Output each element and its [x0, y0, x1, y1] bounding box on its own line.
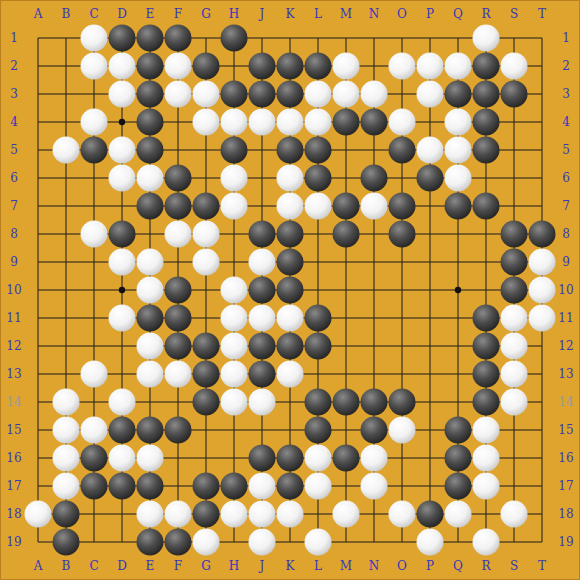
black-stone-M14	[333, 389, 360, 416]
black-stone-S9	[501, 249, 528, 276]
coord-label-left-12: 12	[6, 340, 21, 352]
black-stone-M8	[333, 221, 360, 248]
coord-label-bottom-G: G	[201, 560, 211, 572]
black-stone-B19	[53, 529, 80, 556]
black-stone-L15	[305, 417, 332, 444]
coord-label-bottom-B: B	[62, 560, 71, 572]
black-stone-N6	[361, 165, 388, 192]
black-stone-N14	[361, 389, 388, 416]
white-stone-Q6	[445, 165, 472, 192]
coord-label-bottom-N: N	[369, 560, 380, 572]
white-stone-L17	[305, 473, 332, 500]
black-stone-J13	[249, 361, 276, 388]
white-stone-L16	[305, 445, 332, 472]
coord-label-right-15: 15	[558, 424, 573, 436]
white-stone-C1	[81, 25, 108, 52]
coord-label-left-1: 1	[10, 32, 18, 44]
black-stone-F10	[165, 277, 192, 304]
black-stone-R14	[473, 389, 500, 416]
black-stone-R4	[473, 109, 500, 136]
black-stone-J10	[249, 277, 276, 304]
coord-label-top-H: H	[229, 8, 239, 20]
coord-label-top-A: A	[34, 8, 43, 20]
white-stone-H13	[221, 361, 248, 388]
white-stone-O18	[389, 501, 416, 528]
white-stone-H6	[221, 165, 248, 192]
coord-label-right-6: 6	[562, 172, 570, 184]
black-stone-E11	[137, 305, 164, 332]
white-stone-N3	[361, 81, 388, 108]
black-stone-K16	[277, 445, 304, 472]
white-stone-K4	[277, 109, 304, 136]
white-stone-H10	[221, 277, 248, 304]
white-stone-D9	[109, 249, 136, 276]
black-stone-R12	[473, 333, 500, 360]
white-stone-G3	[193, 81, 220, 108]
coord-label-bottom-O: O	[397, 560, 407, 572]
black-stone-Q17	[445, 473, 472, 500]
black-stone-M16	[333, 445, 360, 472]
coord-label-right-2: 2	[562, 60, 570, 72]
black-stone-R13	[473, 361, 500, 388]
white-stone-F8	[165, 221, 192, 248]
white-stone-T10	[529, 277, 556, 304]
coord-label-left-8: 8	[10, 228, 18, 240]
white-stone-F13	[165, 361, 192, 388]
white-stone-K11	[277, 305, 304, 332]
white-stone-K6	[277, 165, 304, 192]
black-stone-R11	[473, 305, 500, 332]
coord-label-bottom-P: P	[426, 560, 434, 572]
white-stone-Q18	[445, 501, 472, 528]
coord-label-right-12: 12	[558, 340, 573, 352]
black-stone-T8	[529, 221, 556, 248]
black-stone-N15	[361, 417, 388, 444]
coord-label-bottom-A: A	[34, 560, 43, 572]
black-stone-K3	[277, 81, 304, 108]
black-stone-D1	[109, 25, 136, 52]
black-stone-E17	[137, 473, 164, 500]
black-stone-L6	[305, 165, 332, 192]
black-stone-C17	[81, 473, 108, 500]
coord-label-right-10: 10	[558, 284, 573, 296]
black-stone-E15	[137, 417, 164, 444]
white-stone-B14	[53, 389, 80, 416]
coord-label-bottom-F: F	[174, 560, 182, 572]
black-stone-B18	[53, 501, 80, 528]
coord-label-bottom-C: C	[89, 560, 98, 572]
coord-label-left-11: 11	[6, 312, 21, 324]
white-stone-G4	[193, 109, 220, 136]
black-stone-G18	[193, 501, 220, 528]
white-stone-P19	[417, 529, 444, 556]
white-stone-J17	[249, 473, 276, 500]
white-stone-C2	[81, 53, 108, 80]
coord-label-left-17: 17	[6, 480, 21, 492]
black-stone-D17	[109, 473, 136, 500]
coord-label-left-9: 9	[10, 256, 18, 268]
coord-label-left-15: 15	[6, 424, 21, 436]
black-stone-L11	[305, 305, 332, 332]
white-stone-C4	[81, 109, 108, 136]
white-stone-M3	[333, 81, 360, 108]
black-stone-H5	[221, 137, 248, 164]
black-stone-G7	[193, 193, 220, 220]
black-stone-O8	[389, 221, 416, 248]
coord-label-right-16: 16	[558, 452, 573, 464]
coord-label-top-E: E	[146, 8, 155, 20]
black-stone-P6	[417, 165, 444, 192]
white-stone-D11	[109, 305, 136, 332]
white-stone-P5	[417, 137, 444, 164]
white-stone-B5	[53, 137, 80, 164]
go-board[interactable]: AABBCCDDEEFFGGHHJJKKLLMMNNOOPPQQRRSSTT11…	[0, 0, 580, 580]
coord-label-top-F: F	[174, 8, 182, 20]
coord-label-left-16: 16	[6, 452, 21, 464]
white-stone-D14	[109, 389, 136, 416]
white-stone-H11	[221, 305, 248, 332]
white-stone-M2	[333, 53, 360, 80]
white-stone-B17	[53, 473, 80, 500]
black-stone-E3	[137, 81, 164, 108]
coord-label-top-R: R	[481, 8, 490, 20]
white-stone-E16	[137, 445, 164, 472]
black-stone-D15	[109, 417, 136, 444]
black-stone-F15	[165, 417, 192, 444]
white-stone-L3	[305, 81, 332, 108]
white-stone-R15	[473, 417, 500, 444]
coord-label-left-7: 7	[10, 200, 18, 212]
white-stone-C15	[81, 417, 108, 444]
white-stone-C8	[81, 221, 108, 248]
white-stone-H18	[221, 501, 248, 528]
black-stone-H17	[221, 473, 248, 500]
black-stone-K12	[277, 333, 304, 360]
black-stone-D8	[109, 221, 136, 248]
black-stone-S10	[501, 277, 528, 304]
coord-label-top-B: B	[62, 8, 71, 20]
coord-label-left-10: 10	[6, 284, 21, 296]
white-stone-L7	[305, 193, 332, 220]
black-stone-M4	[333, 109, 360, 136]
coord-label-right-7: 7	[562, 200, 570, 212]
coord-label-left-2: 2	[10, 60, 18, 72]
black-stone-K2	[277, 53, 304, 80]
coord-label-right-19: 19	[558, 536, 573, 548]
white-stone-A18	[25, 501, 52, 528]
coord-label-left-14: 14	[6, 396, 21, 408]
white-stone-R16	[473, 445, 500, 472]
coord-label-bottom-L: L	[314, 560, 322, 572]
coord-label-bottom-Q: Q	[453, 560, 463, 572]
coord-label-top-D: D	[117, 8, 127, 20]
black-stone-J8	[249, 221, 276, 248]
black-stone-H3	[221, 81, 248, 108]
coord-label-right-5: 5	[562, 144, 570, 156]
white-stone-D3	[109, 81, 136, 108]
black-stone-G14	[193, 389, 220, 416]
white-stone-E9	[137, 249, 164, 276]
white-stone-G19	[193, 529, 220, 556]
coord-label-right-18: 18	[558, 508, 573, 520]
white-stone-D6	[109, 165, 136, 192]
white-stone-O2	[389, 53, 416, 80]
black-stone-R2	[473, 53, 500, 80]
star-point-D10	[119, 287, 125, 293]
white-stone-Q5	[445, 137, 472, 164]
star-point-D4	[119, 119, 125, 125]
white-stone-K7	[277, 193, 304, 220]
black-stone-R7	[473, 193, 500, 220]
black-stone-G12	[193, 333, 220, 360]
coord-label-top-T: T	[538, 8, 546, 20]
white-stone-O4	[389, 109, 416, 136]
white-stone-R1	[473, 25, 500, 52]
white-stone-E18	[137, 501, 164, 528]
white-stone-N7	[361, 193, 388, 220]
coord-label-bottom-T: T	[538, 560, 546, 572]
black-stone-J2	[249, 53, 276, 80]
white-stone-J9	[249, 249, 276, 276]
white-stone-K13	[277, 361, 304, 388]
black-stone-M7	[333, 193, 360, 220]
white-stone-K18	[277, 501, 304, 528]
black-stone-K8	[277, 221, 304, 248]
coord-label-left-19: 19	[6, 536, 21, 548]
coord-label-right-14: 14	[558, 396, 573, 408]
black-stone-F11	[165, 305, 192, 332]
white-stone-S13	[501, 361, 528, 388]
coord-label-left-18: 18	[6, 508, 21, 520]
white-stone-C13	[81, 361, 108, 388]
white-stone-J18	[249, 501, 276, 528]
coord-label-left-5: 5	[10, 144, 18, 156]
white-stone-E6	[137, 165, 164, 192]
coord-label-top-Q: Q	[453, 8, 463, 20]
coord-label-bottom-J: J	[260, 560, 265, 572]
coord-label-bottom-D: D	[117, 560, 127, 572]
black-stone-H1	[221, 25, 248, 52]
coord-label-right-8: 8	[562, 228, 570, 240]
black-stone-K10	[277, 277, 304, 304]
black-stone-F12	[165, 333, 192, 360]
black-stone-Q16	[445, 445, 472, 472]
white-stone-J4	[249, 109, 276, 136]
coord-label-bottom-R: R	[481, 560, 490, 572]
black-stone-P18	[417, 501, 444, 528]
black-stone-O7	[389, 193, 416, 220]
black-stone-Q15	[445, 417, 472, 444]
white-stone-S12	[501, 333, 528, 360]
coord-label-right-11: 11	[558, 312, 573, 324]
white-stone-D5	[109, 137, 136, 164]
white-stone-B16	[53, 445, 80, 472]
black-stone-E19	[137, 529, 164, 556]
white-stone-H12	[221, 333, 248, 360]
black-stone-J16	[249, 445, 276, 472]
black-stone-J3	[249, 81, 276, 108]
coord-label-left-6: 6	[10, 172, 18, 184]
coord-label-top-O: O	[397, 8, 407, 20]
white-stone-J11	[249, 305, 276, 332]
coord-label-right-13: 13	[558, 368, 573, 380]
white-stone-F2	[165, 53, 192, 80]
white-stone-P3	[417, 81, 444, 108]
coord-label-right-17: 17	[558, 480, 573, 492]
coord-label-left-3: 3	[10, 88, 18, 100]
coord-label-top-L: L	[314, 8, 322, 20]
white-stone-J14	[249, 389, 276, 416]
coord-label-top-M: M	[340, 8, 352, 20]
black-stone-E2	[137, 53, 164, 80]
white-stone-S11	[501, 305, 528, 332]
coord-label-bottom-E: E	[146, 560, 155, 572]
white-stone-H7	[221, 193, 248, 220]
black-stone-L14	[305, 389, 332, 416]
white-stone-S2	[501, 53, 528, 80]
coord-label-bottom-S: S	[510, 560, 518, 572]
white-stone-D2	[109, 53, 136, 80]
black-stone-L2	[305, 53, 332, 80]
black-stone-F1	[165, 25, 192, 52]
coord-label-bottom-K: K	[286, 560, 295, 572]
black-stone-L5	[305, 137, 332, 164]
white-stone-F3	[165, 81, 192, 108]
white-stone-E13	[137, 361, 164, 388]
black-stone-C5	[81, 137, 108, 164]
black-stone-Q7	[445, 193, 472, 220]
black-stone-O14	[389, 389, 416, 416]
black-stone-K5	[277, 137, 304, 164]
white-stone-E10	[137, 277, 164, 304]
coord-label-right-9: 9	[562, 256, 570, 268]
white-stone-S18	[501, 501, 528, 528]
black-stone-E7	[137, 193, 164, 220]
white-stone-Q4	[445, 109, 472, 136]
coord-label-top-G: G	[201, 8, 211, 20]
black-stone-K9	[277, 249, 304, 276]
white-stone-Q2	[445, 53, 472, 80]
white-stone-T11	[529, 305, 556, 332]
white-stone-E12	[137, 333, 164, 360]
white-stone-G9	[193, 249, 220, 276]
white-stone-N17	[361, 473, 388, 500]
black-stone-J12	[249, 333, 276, 360]
board-grid[interactable]	[0, 0, 580, 580]
black-stone-L12	[305, 333, 332, 360]
white-stone-G8	[193, 221, 220, 248]
black-stone-R5	[473, 137, 500, 164]
coord-label-right-3: 3	[562, 88, 570, 100]
white-stone-R19	[473, 529, 500, 556]
white-stone-M18	[333, 501, 360, 528]
coord-label-top-J: J	[260, 8, 265, 20]
black-stone-Q3	[445, 81, 472, 108]
coord-label-left-4: 4	[10, 116, 18, 128]
coord-label-top-K: K	[286, 8, 295, 20]
white-stone-S14	[501, 389, 528, 416]
black-stone-G13	[193, 361, 220, 388]
white-stone-L4	[305, 109, 332, 136]
black-stone-G2	[193, 53, 220, 80]
black-stone-S3	[501, 81, 528, 108]
white-stone-J19	[249, 529, 276, 556]
black-stone-F19	[165, 529, 192, 556]
white-stone-R17	[473, 473, 500, 500]
coord-label-right-4: 4	[562, 116, 570, 128]
coord-label-top-P: P	[426, 8, 434, 20]
white-stone-H14	[221, 389, 248, 416]
coord-label-bottom-M: M	[340, 560, 352, 572]
star-point-Q10	[455, 287, 461, 293]
black-stone-G17	[193, 473, 220, 500]
black-stone-O5	[389, 137, 416, 164]
black-stone-S8	[501, 221, 528, 248]
black-stone-K17	[277, 473, 304, 500]
coord-label-top-N: N	[369, 8, 380, 20]
white-stone-O15	[389, 417, 416, 444]
black-stone-E1	[137, 25, 164, 52]
white-stone-H4	[221, 109, 248, 136]
coord-label-bottom-H: H	[229, 560, 239, 572]
white-stone-L19	[305, 529, 332, 556]
white-stone-P2	[417, 53, 444, 80]
coord-label-left-13: 13	[6, 368, 21, 380]
black-stone-N4	[361, 109, 388, 136]
black-stone-F6	[165, 165, 192, 192]
coord-label-right-1: 1	[562, 32, 570, 44]
black-stone-F7	[165, 193, 192, 220]
black-stone-E5	[137, 137, 164, 164]
black-stone-E4	[137, 109, 164, 136]
white-stone-T9	[529, 249, 556, 276]
white-stone-D16	[109, 445, 136, 472]
white-stone-N16	[361, 445, 388, 472]
black-stone-C16	[81, 445, 108, 472]
coord-label-top-S: S	[510, 8, 518, 20]
white-stone-F18	[165, 501, 192, 528]
black-stone-R3	[473, 81, 500, 108]
white-stone-B15	[53, 417, 80, 444]
coord-label-top-C: C	[89, 8, 98, 20]
